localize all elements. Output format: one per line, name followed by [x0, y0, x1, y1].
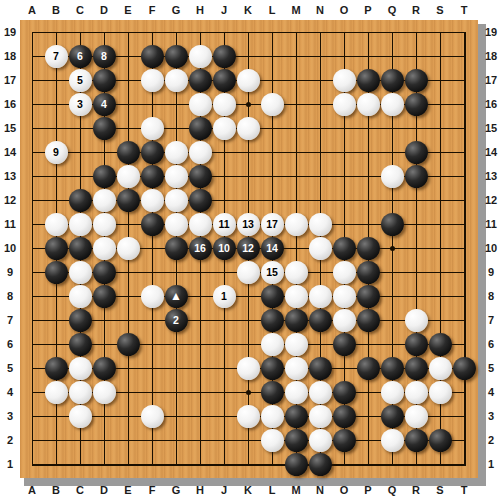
coord-label-bottom-D: D [94, 483, 114, 497]
white-stone-L6[interactable] [261, 333, 284, 356]
black-stone-O10[interactable] [333, 237, 356, 260]
white-stone-N2[interactable] [309, 429, 332, 452]
black-stone-J10[interactable]: 10 [213, 237, 236, 260]
black-stone-O6[interactable] [333, 333, 356, 356]
white-stone-Q4[interactable] [381, 381, 404, 404]
coord-label-top-R: R [406, 3, 426, 17]
coord-label-bottom-E: E [118, 483, 138, 497]
white-stone-M4[interactable] [285, 381, 308, 404]
black-stone-C12[interactable] [69, 189, 92, 212]
go-diagram-page: AABBCCDDEEFFGGHHJJKKLLMMNNOOPPQQRRSSTT19… [0, 0, 500, 500]
white-stone-C5[interactable] [69, 357, 92, 380]
black-stone-G10[interactable] [165, 237, 188, 260]
white-stone-O8[interactable] [333, 285, 356, 308]
white-stone-D10[interactable] [93, 237, 116, 260]
black-stone-S2[interactable] [429, 429, 452, 452]
white-stone-B18[interactable]: 7 [45, 45, 68, 68]
black-stone-Q5[interactable] [381, 357, 404, 380]
move-number-10-J10: 10 [218, 243, 230, 254]
white-stone-C16[interactable]: 3 [69, 93, 92, 116]
black-stone-C10[interactable] [69, 237, 92, 260]
coord-label-bottom-T: T [454, 483, 474, 497]
white-stone-Q2[interactable] [381, 429, 404, 452]
black-stone-D9[interactable] [93, 261, 116, 284]
black-stone-E14[interactable] [117, 141, 140, 164]
white-stone-G13[interactable] [165, 165, 188, 188]
black-stone-O3[interactable] [333, 405, 356, 428]
black-stone-L5[interactable] [261, 357, 284, 380]
black-stone-T5[interactable] [453, 357, 476, 380]
coord-label-top-G: G [166, 3, 186, 17]
black-stone-M3[interactable] [285, 405, 308, 428]
white-stone-D12[interactable] [93, 189, 116, 212]
black-stone-R5[interactable] [405, 357, 428, 380]
coord-label-bottom-S: S [430, 483, 450, 497]
coord-label-right-6: 6 [481, 337, 500, 351]
white-stone-F15[interactable] [141, 117, 164, 140]
black-stone-B10[interactable] [45, 237, 68, 260]
coord-label-right-5: 5 [481, 361, 500, 375]
coord-label-bottom-M: M [286, 483, 306, 497]
coord-label-left-12: 12 [0, 193, 20, 207]
black-stone-N5[interactable] [309, 357, 332, 380]
coord-label-top-O: O [334, 3, 354, 17]
white-stone-K9[interactable] [237, 261, 260, 284]
coord-label-right-8: 8 [481, 289, 500, 303]
black-stone-J17[interactable] [213, 69, 236, 92]
black-stone-R2[interactable] [405, 429, 428, 452]
black-stone-E12[interactable] [117, 189, 140, 212]
coord-label-left-8: 8 [0, 289, 20, 303]
black-stone-O2[interactable] [333, 429, 356, 452]
coord-label-bottom-A: A [22, 483, 42, 497]
black-stone-F14[interactable] [141, 141, 164, 164]
coord-label-bottom-P: P [358, 483, 378, 497]
coord-label-bottom-C: C [70, 483, 90, 497]
move-number-14-L10: 14 [266, 243, 278, 254]
white-stone-K17[interactable] [237, 69, 260, 92]
white-stone-B14[interactable]: 9 [45, 141, 68, 164]
coord-label-top-A: A [22, 3, 42, 17]
white-stone-L11[interactable]: 17 [261, 213, 284, 236]
coord-label-right-14: 14 [481, 145, 500, 159]
black-stone-E6[interactable] [117, 333, 140, 356]
coord-label-right-2: 2 [481, 433, 500, 447]
coord-label-left-15: 15 [0, 121, 20, 135]
white-stone-C17[interactable]: 5 [69, 69, 92, 92]
black-stone-S6[interactable] [429, 333, 452, 356]
white-stone-N10[interactable] [309, 237, 332, 260]
move-number-17-L11: 17 [266, 219, 278, 230]
coord-label-left-1: 1 [0, 457, 20, 471]
coord-label-right-17: 17 [481, 73, 500, 87]
white-stone-M8[interactable] [285, 285, 308, 308]
white-stone-C11[interactable] [69, 213, 92, 236]
coord-label-left-14: 14 [0, 145, 20, 159]
coord-label-bottom-Q: Q [382, 483, 402, 497]
coord-label-right-16: 16 [481, 97, 500, 111]
white-stone-M5[interactable] [285, 357, 308, 380]
star-point-K4 [246, 390, 251, 395]
white-stone-N4[interactable] [309, 381, 332, 404]
white-stone-C3[interactable] [69, 405, 92, 428]
white-stone-M6[interactable] [285, 333, 308, 356]
star-point-K16 [246, 102, 251, 107]
coord-label-left-16: 16 [0, 97, 20, 111]
white-stone-G14[interactable] [165, 141, 188, 164]
coord-label-top-D: D [94, 3, 114, 17]
white-stone-K15[interactable] [237, 117, 260, 140]
coord-label-bottom-H: H [190, 483, 210, 497]
white-stone-N8[interactable] [309, 285, 332, 308]
move-number-13-K11: 13 [242, 219, 254, 230]
black-stone-J18[interactable] [213, 45, 236, 68]
coord-label-bottom-G: G [166, 483, 186, 497]
move-number-6-C18: 6 [77, 51, 83, 62]
black-stone-B5[interactable] [45, 357, 68, 380]
black-stone-G7[interactable]: 2 [165, 309, 188, 332]
triangle-marker-G8: ▲ [170, 290, 182, 302]
coord-label-bottom-J: J [214, 483, 234, 497]
coord-label-top-K: K [238, 3, 258, 17]
black-stone-N7[interactable] [309, 309, 332, 332]
coord-label-bottom-N: N [310, 483, 330, 497]
white-stone-O9[interactable] [333, 261, 356, 284]
white-stone-S5[interactable] [429, 357, 452, 380]
white-stone-Q13[interactable] [381, 165, 404, 188]
star-point-Q10 [390, 246, 395, 251]
coord-label-bottom-F: F [142, 483, 162, 497]
white-stone-C8[interactable] [69, 285, 92, 308]
coord-label-right-4: 4 [481, 385, 500, 399]
black-stone-Q3[interactable] [381, 405, 404, 428]
move-number-7-B18: 7 [53, 51, 59, 62]
white-stone-J15[interactable] [213, 117, 236, 140]
black-stone-R17[interactable] [405, 69, 428, 92]
white-stone-L3[interactable] [261, 405, 284, 428]
coord-label-left-17: 17 [0, 73, 20, 87]
white-stone-S4[interactable] [429, 381, 452, 404]
black-stone-P7[interactable] [357, 309, 380, 332]
coord-label-left-4: 4 [0, 385, 20, 399]
coord-label-right-1: 1 [481, 457, 500, 471]
coord-label-left-2: 2 [0, 433, 20, 447]
coord-label-top-M: M [286, 3, 306, 17]
move-number-16-H10: 16 [194, 243, 206, 254]
white-stone-D11[interactable] [93, 213, 116, 236]
black-stone-H10[interactable]: 16 [189, 237, 212, 260]
white-stone-H18[interactable] [189, 45, 212, 68]
white-stone-M11[interactable] [285, 213, 308, 236]
coord-label-top-P: P [358, 3, 378, 17]
white-stone-R7[interactable] [405, 309, 428, 332]
move-number-5-C17: 5 [77, 75, 83, 86]
white-stone-G17[interactable] [165, 69, 188, 92]
white-stone-F17[interactable] [141, 69, 164, 92]
black-stone-G8[interactable]: ▲ [165, 285, 188, 308]
coord-label-right-13: 13 [481, 169, 500, 183]
white-stone-J16[interactable] [213, 93, 236, 116]
black-stone-D15[interactable] [93, 117, 116, 140]
black-stone-D17[interactable] [93, 69, 116, 92]
coord-label-top-S: S [430, 3, 450, 17]
move-number-15-L9: 15 [266, 267, 278, 278]
coord-label-right-19: 19 [481, 25, 500, 39]
black-stone-R6[interactable] [405, 333, 428, 356]
white-stone-J11[interactable]: 11 [213, 213, 236, 236]
black-stone-P9[interactable] [357, 261, 380, 284]
coord-label-bottom-L: L [262, 483, 282, 497]
move-number-1-J8: 1 [221, 291, 227, 302]
coord-label-top-Q: Q [382, 3, 402, 17]
white-stone-H14[interactable] [189, 141, 212, 164]
black-stone-D8[interactable] [93, 285, 116, 308]
black-stone-L7[interactable] [261, 309, 284, 332]
black-stone-H17[interactable] [189, 69, 212, 92]
white-stone-B11[interactable] [45, 213, 68, 236]
white-stone-H16[interactable] [189, 93, 212, 116]
black-stone-L8[interactable] [261, 285, 284, 308]
coord-label-top-L: L [262, 3, 282, 17]
white-stone-F8[interactable] [141, 285, 164, 308]
black-stone-F13[interactable] [141, 165, 164, 188]
white-stone-D4[interactable] [93, 381, 116, 404]
white-stone-H11[interactable] [189, 213, 212, 236]
coord-label-bottom-B: B [46, 483, 66, 497]
white-stone-O16[interactable] [333, 93, 356, 116]
black-stone-H12[interactable] [189, 189, 212, 212]
coord-label-top-B: B [46, 3, 66, 17]
black-stone-R16[interactable] [405, 93, 428, 116]
coord-label-left-19: 19 [0, 25, 20, 39]
black-stone-C6[interactable] [69, 333, 92, 356]
black-stone-L4[interactable] [261, 381, 284, 404]
black-stone-R14[interactable] [405, 141, 428, 164]
coord-label-top-N: N [310, 3, 330, 17]
white-stone-L16[interactable] [261, 93, 284, 116]
black-stone-C18[interactable]: 6 [69, 45, 92, 68]
white-stone-F12[interactable] [141, 189, 164, 212]
white-stone-P16[interactable] [357, 93, 380, 116]
coord-label-right-11: 11 [481, 217, 500, 231]
coord-label-top-J: J [214, 3, 234, 17]
black-stone-P5[interactable] [357, 357, 380, 380]
black-stone-R13[interactable] [405, 165, 428, 188]
move-number-4-D16: 4 [101, 99, 107, 110]
white-stone-R3[interactable] [405, 405, 428, 428]
coord-label-left-18: 18 [0, 49, 20, 63]
coord-label-right-10: 10 [481, 241, 500, 255]
black-stone-C7[interactable] [69, 309, 92, 332]
coord-label-left-6: 6 [0, 337, 20, 351]
white-stone-O17[interactable] [333, 69, 356, 92]
coord-label-left-9: 9 [0, 265, 20, 279]
coord-label-top-C: C [70, 3, 90, 17]
black-stone-F11[interactable] [141, 213, 164, 236]
black-stone-O4[interactable] [333, 381, 356, 404]
coord-label-right-15: 15 [481, 121, 500, 135]
move-number-12-K10: 12 [242, 243, 254, 254]
coord-label-right-18: 18 [481, 49, 500, 63]
black-stone-H15[interactable] [189, 117, 212, 140]
move-number-9-B14: 9 [53, 147, 59, 158]
black-stone-M1[interactable] [285, 453, 308, 476]
white-stone-G12[interactable] [165, 189, 188, 212]
coord-label-left-3: 3 [0, 409, 20, 423]
black-stone-Q11[interactable] [381, 213, 404, 236]
coord-label-left-5: 5 [0, 361, 20, 375]
black-stone-D18[interactable]: 8 [93, 45, 116, 68]
coord-label-right-12: 12 [481, 193, 500, 207]
white-stone-M9[interactable] [285, 261, 308, 284]
white-stone-B4[interactable] [45, 381, 68, 404]
black-stone-G18[interactable] [165, 45, 188, 68]
white-stone-E13[interactable] [117, 165, 140, 188]
white-stone-C9[interactable] [69, 261, 92, 284]
white-stone-L2[interactable] [261, 429, 284, 452]
black-stone-P17[interactable] [357, 69, 380, 92]
coord-label-top-E: E [118, 3, 138, 17]
coord-label-bottom-R: R [406, 483, 426, 497]
move-number-8-D18: 8 [101, 51, 107, 62]
coord-label-left-13: 13 [0, 169, 20, 183]
coord-label-bottom-O: O [334, 483, 354, 497]
black-stone-K10[interactable]: 12 [237, 237, 260, 260]
white-stone-J8[interactable]: 1 [213, 285, 236, 308]
coord-label-top-T: T [454, 3, 474, 17]
coord-label-left-11: 11 [0, 217, 20, 231]
black-stone-M7[interactable] [285, 309, 308, 332]
black-stone-M2[interactable] [285, 429, 308, 452]
black-stone-N1[interactable] [309, 453, 332, 476]
black-stone-H13[interactable] [189, 165, 212, 188]
coord-label-left-7: 7 [0, 313, 20, 327]
black-stone-F18[interactable] [141, 45, 164, 68]
black-stone-P8[interactable] [357, 285, 380, 308]
black-stone-B9[interactable] [45, 261, 68, 284]
white-stone-Q16[interactable] [381, 93, 404, 116]
white-stone-K3[interactable] [237, 405, 260, 428]
white-stone-O7[interactable] [333, 309, 356, 332]
black-stone-P10[interactable] [357, 237, 380, 260]
coord-label-top-F: F [142, 3, 162, 17]
black-stone-Q17[interactable] [381, 69, 404, 92]
white-stone-L9[interactable]: 15 [261, 261, 284, 284]
coord-label-bottom-K: K [238, 483, 258, 497]
coord-label-right-7: 7 [481, 313, 500, 327]
black-stone-D16[interactable]: 4 [93, 93, 116, 116]
coord-label-left-10: 10 [0, 241, 20, 255]
white-stone-G11[interactable] [165, 213, 188, 236]
white-stone-C4[interactable] [69, 381, 92, 404]
black-stone-D13[interactable] [93, 165, 116, 188]
white-stone-N3[interactable] [309, 405, 332, 428]
white-stone-K5[interactable] [237, 357, 260, 380]
white-stone-F3[interactable] [141, 405, 164, 428]
white-stone-E10[interactable] [117, 237, 140, 260]
coord-label-right-3: 3 [481, 409, 500, 423]
white-stone-K11[interactable]: 13 [237, 213, 260, 236]
black-stone-D5[interactable] [93, 357, 116, 380]
coord-label-top-H: H [190, 3, 210, 17]
black-stone-L10[interactable]: 14 [261, 237, 284, 260]
coord-label-right-9: 9 [481, 265, 500, 279]
move-number-2-G7: 2 [173, 315, 179, 326]
white-stone-R4[interactable] [405, 381, 428, 404]
move-number-11-J11: 11 [218, 219, 229, 230]
white-stone-N11[interactable] [309, 213, 332, 236]
move-number-3-C16: 3 [77, 99, 83, 110]
